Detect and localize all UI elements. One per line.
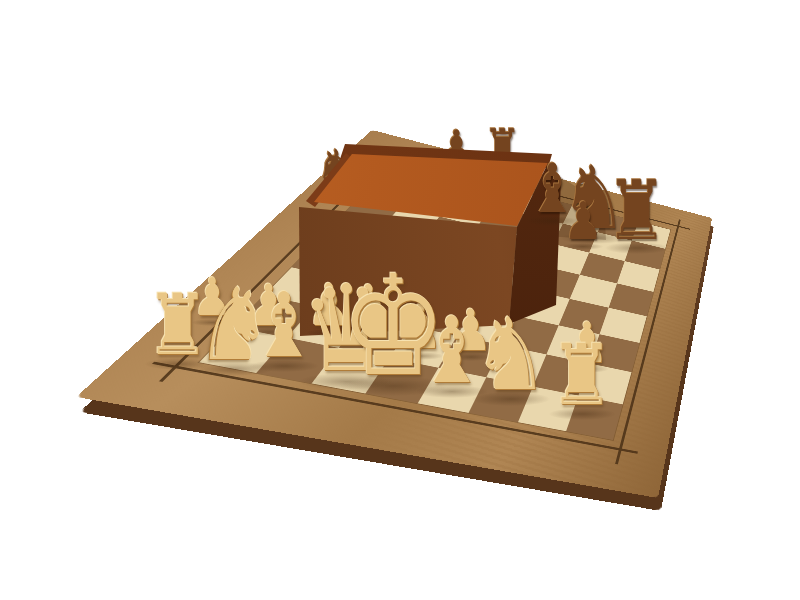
white-knight[interactable]: ♞ [467,314,555,402]
groove-cut [621,449,638,454]
black-rook[interactable]: ♜ [601,178,673,250]
white-knight[interactable]: ♞ [190,284,278,372]
white-rook-glyph: ♜ [550,336,614,416]
black-rook-glyph: ♜ [606,172,668,250]
groove-cut [615,450,621,464]
white-rook[interactable]: ♜ [545,342,619,416]
chess-set-photo: ♜♟♞♟♝♟♛♟♚♟♝♟♞♟♜♞♟♜♝♞♟♜ [0,0,800,600]
groove-cut [677,219,680,226]
black-pawn-glyph: ♟ [563,197,603,246]
black-pawn[interactable]: ♟ [560,200,606,246]
white-knight-glyph: ♞ [473,307,549,402]
white-knight-glyph: ♞ [196,277,272,372]
groove-cut [679,226,690,230]
